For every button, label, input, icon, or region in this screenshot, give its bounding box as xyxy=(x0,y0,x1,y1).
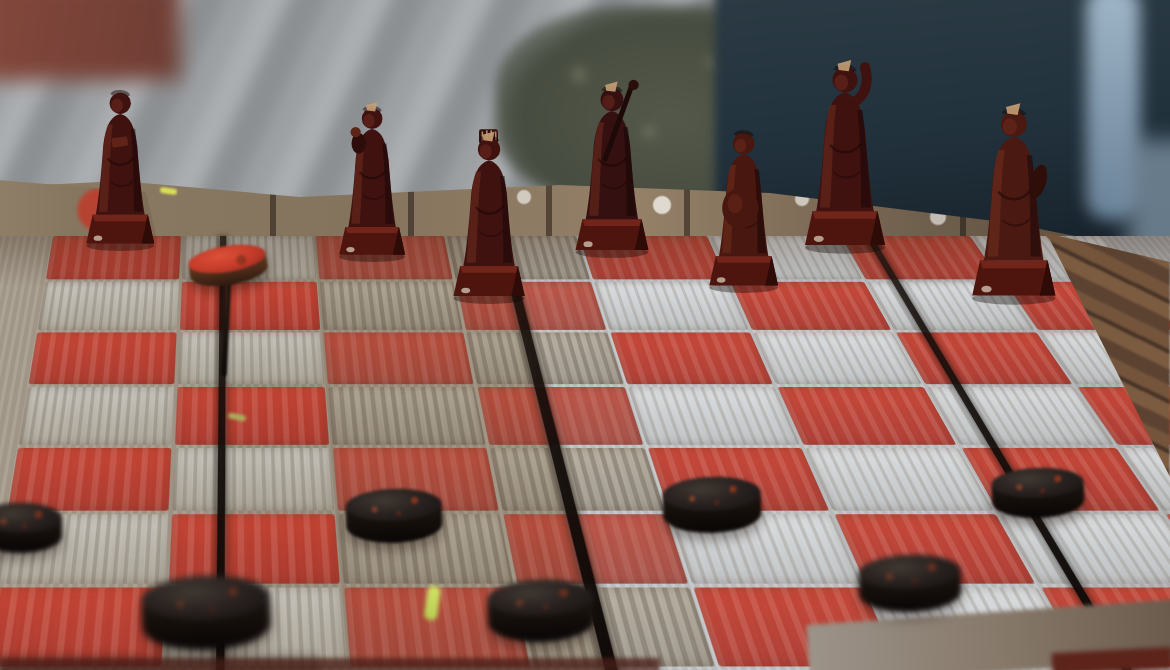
piece-disc-dark-a6[interactable] xyxy=(0,503,62,553)
piece-disc-dark-c5[interactable] xyxy=(345,487,443,544)
piece-figurine-d1[interactable] xyxy=(449,127,529,305)
square-d4[interactable] xyxy=(478,387,643,444)
square-d6[interactable] xyxy=(503,514,687,584)
piece-figurine-a1[interactable] xyxy=(82,82,159,252)
square-g4[interactable] xyxy=(927,387,1113,444)
square-c3[interactable] xyxy=(323,332,473,384)
piece-figurine-c1[interactable] xyxy=(335,98,409,263)
piece-figurine-e1[interactable] xyxy=(571,77,653,259)
square-d5[interactable] xyxy=(490,447,664,510)
square-a4[interactable] xyxy=(19,387,175,444)
square-c4[interactable] xyxy=(328,387,486,444)
piece-figurine-f1[interactable] xyxy=(705,122,782,294)
scene xyxy=(0,0,1170,670)
table-front-bottom-edge xyxy=(0,658,660,670)
square-b5[interactable] xyxy=(173,447,334,510)
piece-disc-dark-d7[interactable] xyxy=(487,578,595,644)
square-a3[interactable] xyxy=(29,332,177,384)
background-brick-patch xyxy=(0,0,180,80)
piece-disc-dark-e5[interactable] xyxy=(662,475,762,534)
square-f5[interactable] xyxy=(804,447,993,510)
piece-figurine-g1[interactable] xyxy=(800,55,890,255)
square-d3[interactable] xyxy=(467,332,624,384)
piece-figurine-h1[interactable] xyxy=(967,98,1061,306)
square-b4[interactable] xyxy=(176,387,329,444)
square-h6[interactable] xyxy=(1165,514,1170,584)
piece-disc-dark-b7[interactable] xyxy=(141,574,272,652)
square-g3[interactable] xyxy=(896,332,1072,384)
piece-disc-dark-f6[interactable] xyxy=(858,553,962,614)
square-b3[interactable] xyxy=(178,332,324,384)
square-f4[interactable] xyxy=(778,387,957,444)
square-f3[interactable] xyxy=(753,332,922,384)
piece-disc-dark-g5[interactable] xyxy=(991,466,1085,519)
square-c2[interactable] xyxy=(319,282,462,330)
square-a2[interactable] xyxy=(38,282,180,330)
square-e4[interactable] xyxy=(628,387,800,444)
square-a5[interactable] xyxy=(8,447,172,510)
square-e3[interactable] xyxy=(610,332,773,384)
square-g6[interactable] xyxy=(1000,514,1170,584)
